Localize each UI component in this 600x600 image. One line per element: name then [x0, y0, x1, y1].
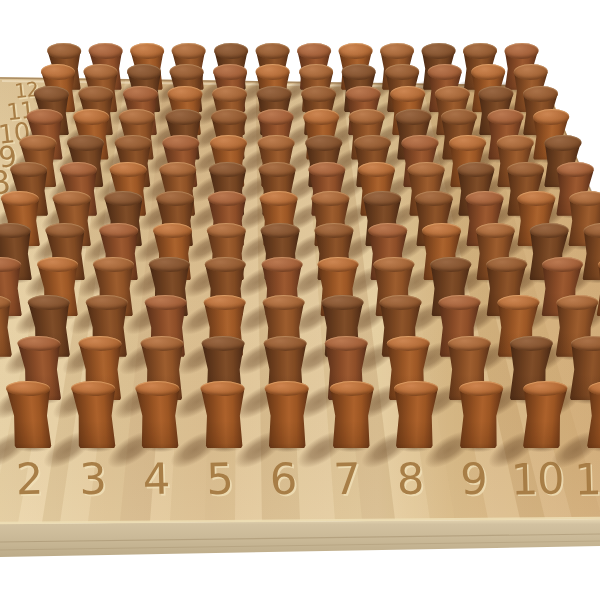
peg-top-face [394, 381, 439, 396]
peg-top-face [256, 86, 291, 102]
peg-top-face [162, 135, 199, 151]
peg-top-face [72, 109, 109, 125]
peg-top-face [430, 257, 471, 272]
peg-top-face [264, 336, 307, 351]
peg-top-face [345, 86, 380, 102]
peg-c7-r1[interactable] [329, 381, 374, 448]
peg-top-face [497, 295, 540, 310]
peg-top-face [6, 381, 52, 396]
peg-top-face [99, 223, 139, 238]
peg-top-face [571, 336, 600, 351]
peg-top-face [92, 257, 133, 272]
peg-top-face [321, 295, 363, 310]
peg-top-face [145, 295, 187, 310]
peg-c3-r1[interactable] [70, 381, 119, 448]
peg-c5-r1[interactable] [200, 381, 246, 448]
peg-c9-r1[interactable] [456, 381, 504, 448]
peg-top-face [368, 223, 408, 238]
peg-body [265, 388, 310, 448]
peg-top-face [213, 64, 248, 80]
peg-top-face [330, 381, 375, 396]
peg-c4-r1[interactable] [135, 381, 182, 448]
peg-top-face [459, 381, 504, 396]
peg-top-face [588, 381, 600, 396]
peg-body [6, 388, 55, 448]
peg-top-face [78, 336, 122, 351]
peg-top-face [509, 336, 553, 351]
peg-top-face [306, 135, 343, 151]
peg-top-face [258, 135, 295, 151]
peg-top-face [314, 223, 354, 238]
pegs [0, 0, 600, 600]
peg-top-face [33, 86, 69, 102]
peg-body [136, 388, 183, 448]
peg-top-face [401, 135, 438, 151]
peg-top-face [448, 336, 492, 351]
peg-top-face [127, 64, 162, 80]
peg-top-face [202, 336, 245, 351]
peg-top-face [496, 135, 534, 151]
peg-top-face [353, 135, 390, 151]
peg-top-face [523, 381, 569, 396]
peg-top-face [45, 223, 86, 238]
peg-top-face [256, 64, 290, 80]
peg-body [519, 388, 568, 448]
peg-top-face [86, 295, 129, 310]
peg-top-face [380, 295, 422, 310]
peg-body [329, 388, 374, 448]
peg-c10-r1[interactable] [519, 381, 568, 448]
peg-top-face [206, 223, 246, 238]
peg-top-face [470, 64, 505, 80]
peg-top-face [70, 381, 115, 396]
peg-top-face [149, 257, 190, 272]
peg-top-face [26, 109, 63, 125]
peg-top-face [261, 257, 302, 272]
peg-body [392, 388, 438, 448]
peg-top-face [78, 86, 114, 102]
peg-top-face [260, 223, 300, 238]
peg-top-face [257, 109, 293, 125]
peg-top-face [301, 86, 336, 102]
peg-top-face [170, 64, 205, 80]
peg-top-face [262, 295, 304, 310]
peg-top-face [212, 86, 247, 102]
peg-top-face [140, 336, 184, 351]
peg-top-face [421, 223, 461, 238]
peg-top-face [434, 86, 470, 102]
peg-top-face [390, 86, 426, 102]
peg-top-face [385, 64, 420, 80]
peg-top-face [449, 135, 486, 151]
peg-top-face [438, 295, 480, 310]
peg-top-face [210, 135, 247, 151]
peg-top-face [387, 336, 430, 351]
peg-top-face [265, 381, 310, 396]
peg-body [456, 388, 504, 448]
peg-top-face [123, 86, 159, 102]
peg-top-face [303, 109, 339, 125]
peg-top-face [18, 135, 56, 151]
peg-top-face [152, 223, 192, 238]
peg-top-face [317, 257, 358, 272]
peg-c2-r1[interactable] [6, 381, 56, 448]
pegboard-photo: 2233445566778899101011111212111110109988 [0, 0, 600, 600]
peg-body [200, 388, 246, 448]
peg-top-face [556, 295, 599, 310]
peg-top-face [27, 295, 70, 310]
peg-top-face [544, 135, 582, 151]
peg-top-face [135, 381, 180, 396]
peg-top-face [66, 135, 104, 151]
peg-c8-r1[interactable] [392, 381, 439, 448]
peg-top-face [119, 109, 156, 125]
peg-top-face [475, 223, 515, 238]
peg-top-face [167, 86, 203, 102]
peg-top-face [200, 381, 245, 396]
peg-top-face [40, 64, 76, 80]
peg-top-face [325, 336, 368, 351]
peg-top-face [165, 109, 201, 125]
peg-top-face [299, 64, 333, 80]
peg-top-face [211, 109, 247, 125]
peg-top-face [114, 135, 151, 151]
peg-body [71, 388, 119, 448]
peg-top-face [204, 295, 246, 310]
peg-top-face [17, 336, 61, 351]
peg-top-face [395, 109, 431, 125]
peg-c6-r1[interactable] [265, 381, 310, 448]
peg-top-face [83, 64, 118, 80]
